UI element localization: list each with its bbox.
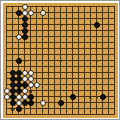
black-stone: [22, 100, 28, 106]
star-point: [24, 60, 26, 62]
black-stone: [28, 100, 34, 106]
black-stone: [10, 94, 16, 100]
black-stone: [94, 22, 100, 28]
black-stone: [16, 88, 22, 94]
black-stone: [28, 94, 34, 100]
black-stone: [16, 82, 22, 88]
star-point: [96, 96, 98, 98]
black-stone: [10, 76, 16, 82]
white-stone: [28, 76, 34, 82]
star-point: [60, 24, 62, 26]
black-stone: [58, 100, 64, 106]
white-stone: [22, 10, 28, 16]
black-stone: [10, 88, 16, 94]
white-stone: [16, 94, 22, 100]
white-stone: [40, 100, 46, 106]
black-stone: [16, 10, 22, 16]
go-board[interactable]: abc: [3, 3, 118, 118]
move-label-c[interactable]: c: [88, 94, 94, 100]
window-frame: abc: [0, 0, 120, 120]
white-stone: [16, 34, 22, 40]
white-stone: [4, 88, 10, 94]
black-stone: [70, 94, 76, 100]
black-stone: [22, 28, 28, 34]
black-stone: [16, 106, 22, 112]
black-stone: [10, 82, 16, 88]
white-stone: [16, 100, 22, 106]
white-stone: [34, 82, 40, 88]
black-stone: [22, 16, 28, 22]
move-label-a[interactable]: a: [28, 88, 34, 94]
white-stone: [28, 10, 34, 16]
white-stone: [22, 94, 28, 100]
white-stone: [22, 4, 28, 10]
black-stone: [10, 70, 16, 76]
black-stone: [16, 58, 22, 64]
black-stone: [22, 34, 28, 40]
white-stone: [4, 94, 10, 100]
star-point: [96, 60, 98, 62]
black-stone: [16, 70, 22, 76]
white-stone: [22, 70, 28, 76]
star-point: [60, 60, 62, 62]
black-stone: [22, 22, 28, 28]
white-stone: [28, 70, 34, 76]
black-stone: [100, 94, 106, 100]
black-stone: [16, 76, 22, 82]
move-label-b[interactable]: b: [10, 106, 16, 112]
white-stone: [22, 76, 28, 82]
white-stone: [40, 10, 46, 16]
star-point: [60, 96, 62, 98]
